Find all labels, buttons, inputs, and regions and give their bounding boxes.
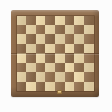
fold-seam-highlight xyxy=(11,54,99,55)
square-e6 xyxy=(55,34,65,43)
brass-clasp xyxy=(57,90,62,94)
square-d6 xyxy=(45,34,55,43)
square-f7 xyxy=(65,25,75,34)
square-f2 xyxy=(65,72,75,81)
square-c2 xyxy=(36,72,46,81)
square-c5 xyxy=(36,44,46,53)
square-c7 xyxy=(36,25,46,34)
square-g7 xyxy=(74,25,84,34)
square-a1 xyxy=(17,82,27,91)
square-a3 xyxy=(17,63,27,72)
square-c6 xyxy=(36,34,46,43)
square-b7 xyxy=(26,25,36,34)
square-h5 xyxy=(84,44,94,53)
square-h7 xyxy=(84,25,94,34)
square-a8 xyxy=(17,16,27,25)
square-d3 xyxy=(45,63,55,72)
square-c8 xyxy=(36,16,46,25)
chess-board xyxy=(11,10,99,97)
square-e5 xyxy=(55,44,65,53)
square-d2 xyxy=(45,72,55,81)
square-c3 xyxy=(36,63,46,72)
square-a7 xyxy=(17,25,27,34)
square-b8 xyxy=(26,16,36,25)
square-g5 xyxy=(74,44,84,53)
square-f3 xyxy=(65,63,75,72)
square-d5 xyxy=(45,44,55,53)
square-g6 xyxy=(74,34,84,43)
square-d7 xyxy=(45,25,55,34)
square-a2 xyxy=(17,72,27,81)
square-e7 xyxy=(55,25,65,34)
square-c1 xyxy=(36,82,46,91)
square-e8 xyxy=(55,16,65,25)
square-e3 xyxy=(55,63,65,72)
square-a6 xyxy=(17,34,27,43)
square-b1 xyxy=(26,82,36,91)
square-h3 xyxy=(84,63,94,72)
square-f6 xyxy=(65,34,75,43)
square-b5 xyxy=(26,44,36,53)
square-f1 xyxy=(65,82,75,91)
product-photo-background xyxy=(0,0,112,112)
square-b6 xyxy=(26,34,36,43)
square-g8 xyxy=(74,16,84,25)
square-b3 xyxy=(26,63,36,72)
square-a5 xyxy=(17,44,27,53)
square-d8 xyxy=(45,16,55,25)
square-b2 xyxy=(26,72,36,81)
square-h1 xyxy=(84,82,94,91)
square-d1 xyxy=(45,82,55,91)
square-h2 xyxy=(84,72,94,81)
square-g3 xyxy=(74,63,84,72)
square-f5 xyxy=(65,44,75,53)
square-g1 xyxy=(74,82,84,91)
square-h8 xyxy=(84,16,94,25)
square-f8 xyxy=(65,16,75,25)
square-h6 xyxy=(84,34,94,43)
square-g2 xyxy=(74,72,84,81)
square-e2 xyxy=(55,72,65,81)
